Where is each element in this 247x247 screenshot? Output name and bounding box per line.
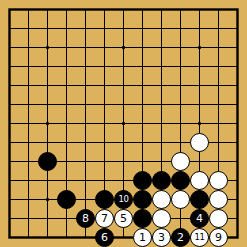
move-8-stone-black: 8 <box>76 209 95 228</box>
stone-black <box>133 171 152 190</box>
stone-black <box>57 190 76 209</box>
stone-white <box>152 190 171 209</box>
stone-white <box>209 171 228 190</box>
move-number-label: 1 <box>139 232 146 243</box>
go-board-diagram: 1087546132119 <box>0 0 247 247</box>
stone-white <box>209 209 228 228</box>
stone-black <box>95 190 114 209</box>
move-number-label: 10 <box>119 195 129 204</box>
stone-black <box>171 171 190 190</box>
stone-black <box>133 209 152 228</box>
move-6-stone-black: 6 <box>95 228 114 247</box>
stone-black <box>133 190 152 209</box>
stone-black <box>190 190 209 209</box>
move-number-label: 11 <box>195 233 205 242</box>
move-5-stone-white: 5 <box>114 209 133 228</box>
stone-white <box>171 190 190 209</box>
move-2-stone-black: 2 <box>171 228 190 247</box>
stone-black <box>38 152 57 171</box>
stone-white <box>190 133 209 152</box>
stone-white <box>209 190 228 209</box>
move-4-stone-black: 4 <box>190 209 209 228</box>
move-7-stone-white: 7 <box>95 209 114 228</box>
move-number-label: 5 <box>120 213 127 224</box>
move-11-stone-white: 11 <box>190 228 209 247</box>
move-number-label: 3 <box>158 232 165 243</box>
stone-white <box>190 171 209 190</box>
move-1-stone-white: 1 <box>133 228 152 247</box>
move-number-label: 2 <box>177 232 184 243</box>
move-number-label: 9 <box>215 232 222 243</box>
move-number-label: 4 <box>196 213 203 224</box>
stone-white <box>152 209 171 228</box>
move-number-label: 8 <box>82 213 89 224</box>
move-number-label: 6 <box>101 232 108 243</box>
move-number-label: 7 <box>101 213 108 224</box>
move-10-stone-black: 10 <box>114 190 133 209</box>
stone-black <box>152 171 171 190</box>
stone-white <box>171 152 190 171</box>
move-3-stone-white: 3 <box>152 228 171 247</box>
move-9-stone-white: 9 <box>209 228 228 247</box>
stones-layer: 1087546132119 <box>0 0 247 247</box>
